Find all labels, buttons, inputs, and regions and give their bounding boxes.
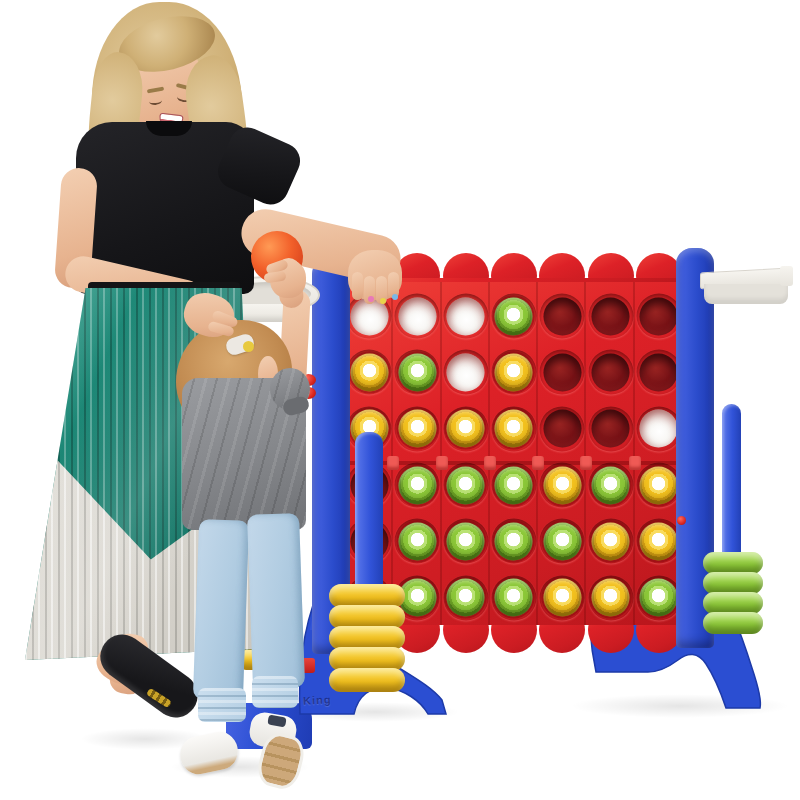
top-hands [0, 0, 800, 800]
product-photo-giant-connect-four: King [0, 0, 800, 800]
